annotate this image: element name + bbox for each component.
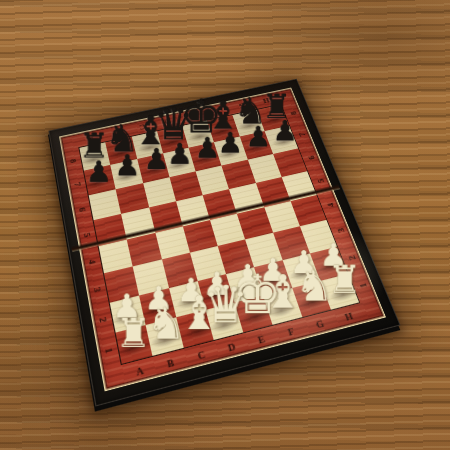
board-scene: AABBCCDDEEFFGGHH1122334455667788 ♜♞♝♛♚♝♞… xyxy=(68,78,352,362)
piece-white-rook-a1: ♜ xyxy=(109,313,158,353)
chess-set-photo: AABBCCDDEEFFGGHH1122334455667788 ♜♞♝♛♚♝♞… xyxy=(0,0,450,450)
chess-board: AABBCCDDEEFFGGHH1122334455667788 ♜♞♝♛♚♝♞… xyxy=(48,79,400,407)
